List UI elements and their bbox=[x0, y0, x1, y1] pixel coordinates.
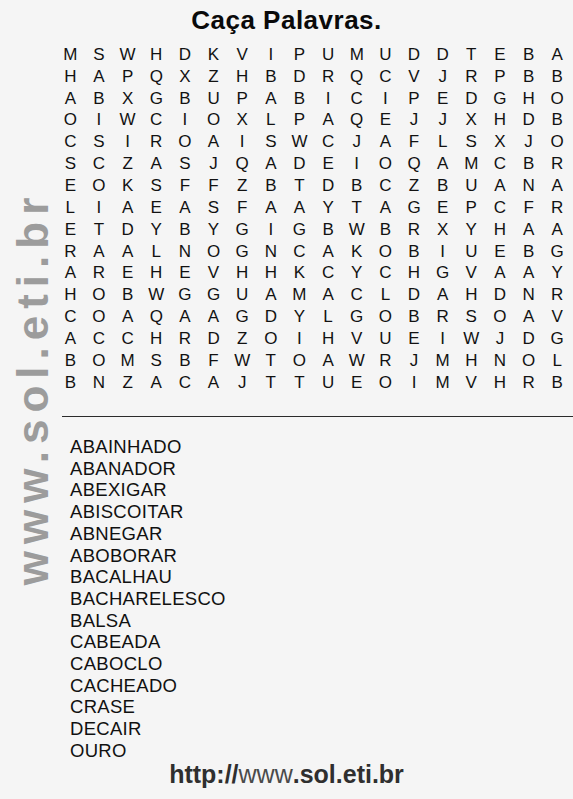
grid-cell-r1c3: W bbox=[113, 44, 142, 66]
grid-cell-r4c11: Q bbox=[342, 110, 371, 132]
grid-cell-r14c9: I bbox=[285, 328, 314, 350]
grid-cell-r14c18: G bbox=[543, 328, 572, 350]
grid-cell-r4c18: B bbox=[543, 110, 572, 132]
grid-cell-r13c11: G bbox=[342, 306, 371, 328]
grid-cell-r8c14: E bbox=[428, 197, 457, 219]
grid-cell-r11c18: Y bbox=[543, 262, 572, 284]
grid-cell-r7c17: N bbox=[514, 175, 543, 197]
grid-cell-r7c15: U bbox=[457, 175, 486, 197]
grid-cell-r6c5: S bbox=[171, 153, 200, 175]
grid-cell-r8c18: R bbox=[543, 197, 572, 219]
grid-cell-r3c5: B bbox=[171, 88, 200, 110]
grid-cell-r4c17: D bbox=[514, 110, 543, 132]
word-item: CACHEADO bbox=[70, 675, 226, 697]
grid-cell-r14c7: Z bbox=[228, 328, 257, 350]
grid-cell-r2c9: D bbox=[285, 66, 314, 88]
grid-cell-r11c15: V bbox=[457, 262, 486, 284]
grid-cell-r11c13: H bbox=[400, 262, 429, 284]
grid-cell-r15c2: O bbox=[85, 350, 114, 372]
grid-cell-r5c16: X bbox=[486, 131, 515, 153]
grid-cell-r6c7: Q bbox=[228, 153, 257, 175]
grid-cell-r12c4: W bbox=[142, 284, 171, 306]
grid-cell-r12c6: G bbox=[199, 284, 228, 306]
grid-cell-r16c8: T bbox=[256, 372, 285, 394]
grid-cell-r15c10: A bbox=[314, 350, 343, 372]
grid-cell-r12c8: A bbox=[256, 284, 285, 306]
word-item: ABEXIGAR bbox=[70, 479, 226, 501]
grid-cell-r10c7: G bbox=[228, 241, 257, 263]
grid-cell-r6c8: A bbox=[256, 153, 285, 175]
grid-cell-r2c16: P bbox=[486, 66, 515, 88]
grid-cell-r10c9: C bbox=[285, 241, 314, 263]
grid-cell-r16c4: A bbox=[142, 372, 171, 394]
grid-cell-r7c14: B bbox=[428, 175, 457, 197]
grid-cell-r15c6: F bbox=[199, 350, 228, 372]
watermark-vertical-url: www.sol.eti.br bbox=[8, 191, 58, 586]
grid-cell-r5c13: F bbox=[400, 131, 429, 153]
grid-cell-r6c6: J bbox=[199, 153, 228, 175]
grid-cell-r5c7: I bbox=[228, 131, 257, 153]
grid-cell-r7c6: F bbox=[199, 175, 228, 197]
grid-cell-r14c11: V bbox=[342, 328, 371, 350]
word-item: DECAIR bbox=[70, 718, 226, 740]
word-item: BACALHAU bbox=[70, 566, 226, 588]
grid-cell-r5c1: C bbox=[56, 131, 85, 153]
grid-cell-r8c1: L bbox=[56, 197, 85, 219]
grid-cell-r12c12: L bbox=[371, 284, 400, 306]
grid-cell-r14c14: I bbox=[428, 328, 457, 350]
grid-cell-r8c16: C bbox=[486, 197, 515, 219]
grid-cell-r5c12: A bbox=[371, 131, 400, 153]
grid-cell-r15c15: H bbox=[457, 350, 486, 372]
grid-cell-r3c13: P bbox=[400, 88, 429, 110]
grid-cell-r3c8: A bbox=[256, 88, 285, 110]
grid-cell-r16c5: C bbox=[171, 372, 200, 394]
grid-cell-r1c4: H bbox=[142, 44, 171, 66]
grid-cell-r12c3: B bbox=[113, 284, 142, 306]
grid-cell-r9c13: R bbox=[400, 219, 429, 241]
grid-cell-r13c12: O bbox=[371, 306, 400, 328]
grid-cell-r4c4: C bbox=[142, 110, 171, 132]
grid-cell-r1c16: E bbox=[486, 44, 515, 66]
grid-cell-r14c10: H bbox=[314, 328, 343, 350]
grid-cell-r3c16: G bbox=[486, 88, 515, 110]
grid-cell-r12c14: A bbox=[428, 284, 457, 306]
grid-cell-r10c4: L bbox=[142, 241, 171, 263]
grid-cell-r14c13: E bbox=[400, 328, 429, 350]
grid-cell-r9c11: W bbox=[342, 219, 371, 241]
grid-cell-r16c11: E bbox=[342, 372, 371, 394]
grid-cell-r10c5: N bbox=[171, 241, 200, 263]
grid-cell-r11c4: H bbox=[142, 262, 171, 284]
grid-cell-r8c11: T bbox=[342, 197, 371, 219]
grid-cell-r13c16: O bbox=[486, 306, 515, 328]
grid-cell-r5c11: J bbox=[342, 131, 371, 153]
footer-url-domain: .sol.eti.br bbox=[293, 760, 404, 788]
grid-cell-r7c4: S bbox=[142, 175, 171, 197]
grid-cell-r1c10: U bbox=[314, 44, 343, 66]
grid-cell-r1c5: D bbox=[171, 44, 200, 66]
grid-cell-r5c17: J bbox=[514, 131, 543, 153]
word-search-grid: MSWHDKVIPUMUDDTEBAHAPQXZHBDRQCVJRPBBABXG… bbox=[56, 44, 572, 394]
grid-cell-r1c12: U bbox=[371, 44, 400, 66]
grid-cell-r16c6: A bbox=[199, 372, 228, 394]
grid-cell-r4c5: I bbox=[171, 110, 200, 132]
grid-cell-r1c11: M bbox=[342, 44, 371, 66]
grid-cell-r2c14: J bbox=[428, 66, 457, 88]
grid-cell-r14c1: A bbox=[56, 328, 85, 350]
grid-cell-r10c3: A bbox=[113, 241, 142, 263]
grid-cell-r7c13: Z bbox=[400, 175, 429, 197]
grid-cell-r14c6: D bbox=[199, 328, 228, 350]
grid-cell-r13c1: C bbox=[56, 306, 85, 328]
grid-cell-r7c11: B bbox=[342, 175, 371, 197]
word-item: CABOCLO bbox=[70, 653, 226, 675]
grid-cell-r11c12: C bbox=[371, 262, 400, 284]
grid-cell-r3c7: P bbox=[228, 88, 257, 110]
word-item: ABISCOITAR bbox=[70, 501, 226, 523]
grid-cell-r2c5: X bbox=[171, 66, 200, 88]
grid-cell-r9c10: B bbox=[314, 219, 343, 241]
grid-cell-r2c15: R bbox=[457, 66, 486, 88]
grid-cell-r8c5: A bbox=[171, 197, 200, 219]
grid-cell-r1c13: D bbox=[400, 44, 429, 66]
grid-cell-r1c15: T bbox=[457, 44, 486, 66]
grid-cell-r9c17: A bbox=[514, 219, 543, 241]
grid-cell-r2c10: R bbox=[314, 66, 343, 88]
word-item: CRASE bbox=[70, 696, 226, 718]
grid-cell-r12c9: M bbox=[285, 284, 314, 306]
grid-cell-r11c10: C bbox=[314, 262, 343, 284]
grid-cell-r9c12: B bbox=[371, 219, 400, 241]
grid-cell-r15c18: L bbox=[543, 350, 572, 372]
word-list: ABAINHADOABANADORABEXIGARABISCOITARABNEG… bbox=[70, 436, 226, 762]
grid-cell-r8c3: A bbox=[113, 197, 142, 219]
grid-cell-r2c6: Z bbox=[199, 66, 228, 88]
grid-cell-r9c1: E bbox=[56, 219, 85, 241]
grid-cell-r11c2: R bbox=[85, 262, 114, 284]
grid-cell-r2c1: H bbox=[56, 66, 85, 88]
grid-cell-r6c14: A bbox=[428, 153, 457, 175]
grid-cell-r15c5: B bbox=[171, 350, 200, 372]
grid-cell-r10c17: B bbox=[514, 241, 543, 263]
grid-cell-r3c2: B bbox=[85, 88, 114, 110]
grid-cell-r10c13: B bbox=[400, 241, 429, 263]
grid-cell-r4c6: O bbox=[199, 110, 228, 132]
footer-url: http://www.sol.eti.br bbox=[0, 760, 573, 789]
grid-cell-r13c4: Q bbox=[142, 306, 171, 328]
grid-cell-r6c18: R bbox=[543, 153, 572, 175]
grid-cell-r8c17: F bbox=[514, 197, 543, 219]
grid-cell-r15c12: R bbox=[371, 350, 400, 372]
grid-cell-r2c17: B bbox=[514, 66, 543, 88]
grid-cell-r13c14: R bbox=[428, 306, 457, 328]
grid-cell-r8c4: E bbox=[142, 197, 171, 219]
grid-cell-r4c12: E bbox=[371, 110, 400, 132]
grid-cell-r6c12: O bbox=[371, 153, 400, 175]
grid-cell-r11c16: A bbox=[486, 262, 515, 284]
grid-cell-r13c10: L bbox=[314, 306, 343, 328]
grid-cell-r5c5: O bbox=[171, 131, 200, 153]
grid-cell-r13c7: G bbox=[228, 306, 257, 328]
grid-cell-r15c16: N bbox=[486, 350, 515, 372]
grid-cell-r13c6: A bbox=[199, 306, 228, 328]
word-item: ABANADOR bbox=[70, 458, 226, 480]
grid-cell-r5c3: I bbox=[113, 131, 142, 153]
grid-cell-r8c10: Y bbox=[314, 197, 343, 219]
grid-cell-r6c3: Z bbox=[113, 153, 142, 175]
grid-cell-r10c10: A bbox=[314, 241, 343, 263]
word-item: BACHARELESCO bbox=[70, 588, 226, 610]
grid-cell-r16c10: U bbox=[314, 372, 343, 394]
grid-cell-r13c9: Y bbox=[285, 306, 314, 328]
grid-cell-r2c8: B bbox=[256, 66, 285, 88]
grid-cell-r8c6: S bbox=[199, 197, 228, 219]
grid-cell-r2c13: V bbox=[400, 66, 429, 88]
grid-cell-r7c3: K bbox=[113, 175, 142, 197]
grid-cell-r3c14: E bbox=[428, 88, 457, 110]
grid-cell-r6c17: B bbox=[514, 153, 543, 175]
grid-cell-r4c9: P bbox=[285, 110, 314, 132]
grid-cell-r10c2: A bbox=[85, 241, 114, 263]
grid-cell-r3c15: D bbox=[457, 88, 486, 110]
grid-cell-r1c1: M bbox=[56, 44, 85, 66]
grid-cell-r15c1: B bbox=[56, 350, 85, 372]
grid-cell-r3c10: I bbox=[314, 88, 343, 110]
grid-cell-r7c2: O bbox=[85, 175, 114, 197]
grid-cell-r9c9: G bbox=[285, 219, 314, 241]
grid-cell-r15c11: W bbox=[342, 350, 371, 372]
word-item: CABEADA bbox=[70, 631, 226, 653]
grid-cell-r16c2: N bbox=[85, 372, 114, 394]
grid-cell-r3c18: O bbox=[543, 88, 572, 110]
grid-cell-r7c10: D bbox=[314, 175, 343, 197]
grid-cell-r5c10: C bbox=[314, 131, 343, 153]
grid-cell-r4c7: X bbox=[228, 110, 257, 132]
grid-cell-r12c2: O bbox=[85, 284, 114, 306]
grid-cell-r12c16: D bbox=[486, 284, 515, 306]
grid-cell-r4c8: L bbox=[256, 110, 285, 132]
grid-cell-r15c17: O bbox=[514, 350, 543, 372]
grid-cell-r13c5: A bbox=[171, 306, 200, 328]
grid-cell-r8c2: I bbox=[85, 197, 114, 219]
grid-cell-r16c1: B bbox=[56, 372, 85, 394]
grid-cell-r12c11: C bbox=[342, 284, 371, 306]
grid-cell-r16c15: V bbox=[457, 372, 486, 394]
footer-url-protocol: http:// bbox=[169, 760, 238, 788]
word-item: BALSA bbox=[70, 610, 226, 632]
grid-cell-r9c5: B bbox=[171, 219, 200, 241]
grid-cell-r11c9: K bbox=[285, 262, 314, 284]
grid-cell-r2c3: P bbox=[113, 66, 142, 88]
grid-cell-r16c12: O bbox=[371, 372, 400, 394]
grid-cell-r11c14: G bbox=[428, 262, 457, 284]
grid-cell-r3c17: H bbox=[514, 88, 543, 110]
grid-cell-r8c9: A bbox=[285, 197, 314, 219]
grid-cell-r7c18: A bbox=[543, 175, 572, 197]
grid-cell-r7c16: A bbox=[486, 175, 515, 197]
grid-cell-r9c3: D bbox=[113, 219, 142, 241]
grid-cell-r5c15: S bbox=[457, 131, 486, 153]
grid-cell-r5c18: O bbox=[543, 131, 572, 153]
grid-cell-r2c11: Q bbox=[342, 66, 371, 88]
grid-cell-r14c15: W bbox=[457, 328, 486, 350]
grid-cell-r9c14: X bbox=[428, 219, 457, 241]
grid-cell-r5c8: S bbox=[256, 131, 285, 153]
grid-cell-r16c18: B bbox=[543, 372, 572, 394]
grid-cell-r14c16: J bbox=[486, 328, 515, 350]
grid-cell-r7c9: T bbox=[285, 175, 314, 197]
grid-cell-r16c14: M bbox=[428, 372, 457, 394]
grid-cell-r3c4: G bbox=[142, 88, 171, 110]
grid-cell-r12c5: G bbox=[171, 284, 200, 306]
grid-cell-r10c16: E bbox=[486, 241, 515, 263]
grid-cell-r4c3: W bbox=[113, 110, 142, 132]
grid-cell-r6c11: I bbox=[342, 153, 371, 175]
grid-cell-r9c18: A bbox=[543, 219, 572, 241]
grid-cell-r15c9: O bbox=[285, 350, 314, 372]
grid-cell-r11c3: E bbox=[113, 262, 142, 284]
grid-cell-r6c10: E bbox=[314, 153, 343, 175]
grid-cell-r11c17: A bbox=[514, 262, 543, 284]
grid-cell-r3c3: X bbox=[113, 88, 142, 110]
grid-cell-r5c2: S bbox=[85, 131, 114, 153]
grid-cell-r4c16: H bbox=[486, 110, 515, 132]
footer-url-www: www bbox=[239, 760, 293, 788]
grid-cell-r6c2: C bbox=[85, 153, 114, 175]
grid-cell-r7c7: Z bbox=[228, 175, 257, 197]
grid-cell-r10c11: K bbox=[342, 241, 371, 263]
grid-cell-r6c9: D bbox=[285, 153, 314, 175]
grid-cell-r16c3: Z bbox=[113, 372, 142, 394]
grid-cell-r10c8: N bbox=[256, 241, 285, 263]
grid-cell-r8c7: F bbox=[228, 197, 257, 219]
grid-cell-r8c15: P bbox=[457, 197, 486, 219]
grid-cell-r13c2: O bbox=[85, 306, 114, 328]
grid-cell-r9c15: Y bbox=[457, 219, 486, 241]
grid-cell-r12c1: H bbox=[56, 284, 85, 306]
grid-cell-r7c1: E bbox=[56, 175, 85, 197]
grid-cell-r6c15: M bbox=[457, 153, 486, 175]
grid-cell-r11c7: H bbox=[228, 262, 257, 284]
grid-cell-r2c12: C bbox=[371, 66, 400, 88]
grid-cell-r1c9: P bbox=[285, 44, 314, 66]
grid-cell-r8c12: A bbox=[371, 197, 400, 219]
grid-cell-r6c13: Q bbox=[400, 153, 429, 175]
word-item: ABAINHADO bbox=[70, 436, 226, 458]
grid-cell-r13c8: D bbox=[256, 306, 285, 328]
grid-cell-r14c12: U bbox=[371, 328, 400, 350]
grid-cell-r15c13: J bbox=[400, 350, 429, 372]
grid-cell-r1c7: V bbox=[228, 44, 257, 66]
grid-cell-r4c14: J bbox=[428, 110, 457, 132]
puzzle-title: Caça Palavras. bbox=[0, 5, 573, 36]
grid-cell-r5c4: R bbox=[142, 131, 171, 153]
grid-cell-r14c5: R bbox=[171, 328, 200, 350]
grid-cell-r2c18: B bbox=[543, 66, 572, 88]
grid-cell-r4c2: I bbox=[85, 110, 114, 132]
grid-cell-r14c2: C bbox=[85, 328, 114, 350]
word-item: OURO bbox=[70, 740, 226, 762]
grid-cell-r14c4: H bbox=[142, 328, 171, 350]
grid-cell-r1c8: I bbox=[256, 44, 285, 66]
grid-cell-r3c11: C bbox=[342, 88, 371, 110]
grid-cell-r9c7: G bbox=[228, 219, 257, 241]
grid-cell-r5c14: L bbox=[428, 131, 457, 153]
grid-cell-r15c8: T bbox=[256, 350, 285, 372]
grid-cell-r16c16: H bbox=[486, 372, 515, 394]
grid-cell-r2c7: H bbox=[228, 66, 257, 88]
grid-cell-r12c15: H bbox=[457, 284, 486, 306]
grid-cell-r15c4: S bbox=[142, 350, 171, 372]
grid-cell-r1c14: D bbox=[428, 44, 457, 66]
grid-cell-r12c17: N bbox=[514, 284, 543, 306]
grid-cell-r16c7: J bbox=[228, 372, 257, 394]
grid-cell-r15c14: M bbox=[428, 350, 457, 372]
grid-cell-r16c17: R bbox=[514, 372, 543, 394]
separator-line bbox=[62, 416, 573, 417]
grid-cell-r10c18: G bbox=[543, 241, 572, 263]
grid-cell-r4c15: X bbox=[457, 110, 486, 132]
grid-cell-r13c18: V bbox=[543, 306, 572, 328]
grid-cell-r1c18: A bbox=[543, 44, 572, 66]
grid-cell-r11c6: V bbox=[199, 262, 228, 284]
grid-cell-r16c9: T bbox=[285, 372, 314, 394]
grid-cell-r10c6: O bbox=[199, 241, 228, 263]
grid-cell-r7c12: C bbox=[371, 175, 400, 197]
grid-cell-r1c2: S bbox=[85, 44, 114, 66]
grid-cell-r7c8: B bbox=[256, 175, 285, 197]
grid-cell-r9c6: Y bbox=[199, 219, 228, 241]
grid-cell-r10c1: R bbox=[56, 241, 85, 263]
grid-cell-r11c8: H bbox=[256, 262, 285, 284]
grid-cell-r9c2: T bbox=[85, 219, 114, 241]
grid-cell-r5c9: W bbox=[285, 131, 314, 153]
grid-cell-r4c13: J bbox=[400, 110, 429, 132]
grid-cell-r6c16: C bbox=[486, 153, 515, 175]
grid-cell-r15c3: M bbox=[113, 350, 142, 372]
grid-cell-r10c14: I bbox=[428, 241, 457, 263]
grid-cell-r1c6: K bbox=[199, 44, 228, 66]
grid-cell-r11c1: A bbox=[56, 262, 85, 284]
grid-cell-r13c17: A bbox=[514, 306, 543, 328]
grid-cell-r14c3: C bbox=[113, 328, 142, 350]
grid-cell-r9c8: I bbox=[256, 219, 285, 241]
grid-cell-r9c4: Y bbox=[142, 219, 171, 241]
word-item: ABOBORAR bbox=[70, 545, 226, 567]
grid-cell-r2c4: Q bbox=[142, 66, 171, 88]
grid-cell-r6c1: S bbox=[56, 153, 85, 175]
grid-cell-r5c6: A bbox=[199, 131, 228, 153]
grid-cell-r13c3: A bbox=[113, 306, 142, 328]
grid-cell-r9c16: H bbox=[486, 219, 515, 241]
grid-cell-r13c13: B bbox=[400, 306, 429, 328]
grid-cell-r11c11: Y bbox=[342, 262, 371, 284]
word-item: ABNEGAR bbox=[70, 523, 226, 545]
grid-cell-r12c18: R bbox=[543, 284, 572, 306]
grid-cell-r16c13: I bbox=[400, 372, 429, 394]
grid-cell-r4c10: A bbox=[314, 110, 343, 132]
grid-cell-r12c10: A bbox=[314, 284, 343, 306]
grid-cell-r12c7: U bbox=[228, 284, 257, 306]
grid-cell-r2c2: A bbox=[85, 66, 114, 88]
grid-cell-r8c8: A bbox=[256, 197, 285, 219]
grid-cell-r11c5: E bbox=[171, 262, 200, 284]
grid-cell-r3c1: A bbox=[56, 88, 85, 110]
grid-cell-r1c17: B bbox=[514, 44, 543, 66]
grid-cell-r7c5: F bbox=[171, 175, 200, 197]
grid-cell-r6c4: A bbox=[142, 153, 171, 175]
